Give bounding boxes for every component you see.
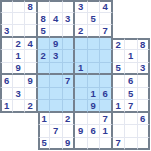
cell-r10c6-given-2[interactable]: 2 (63, 113, 76, 126)
cell-r8c4-empty[interactable] (38, 88, 51, 101)
cell-r3c7-given-2[interactable]: 2 (75, 25, 88, 38)
cell-r8c12-empty[interactable] (138, 88, 151, 101)
cell-r4c11-empty[interactable] (125, 38, 138, 51)
cell-r4c6-empty[interactable] (63, 38, 76, 51)
cell-r9c12-empty[interactable] (138, 100, 151, 113)
cell-r10c11-empty[interactable] (125, 113, 138, 126)
outside-area (13, 138, 26, 151)
cell-r5c8-empty[interactable] (88, 50, 101, 63)
twodoku-board: 8348435352724928123191536976316512917127… (0, 0, 150, 150)
cell-r4c3-given-4[interactable]: 4 (25, 38, 38, 51)
cell-r10c9-given-7[interactable]: 7 (100, 113, 113, 126)
cell-r6c4-empty[interactable] (38, 63, 51, 76)
cell-r2c4-given-8[interactable]: 8 (38, 13, 51, 26)
cell-r4c7-empty[interactable] (75, 38, 88, 51)
cell-r7c11-given-6[interactable]: 6 (125, 75, 138, 88)
cell-r2c7-empty[interactable] (75, 13, 88, 26)
cell-r11c10-empty[interactable] (113, 125, 126, 138)
cell-r6c9-empty[interactable] (100, 63, 113, 76)
cell-r6c12-given-3[interactable]: 3 (138, 63, 151, 76)
cell-r7c5-empty[interactable] (50, 75, 63, 88)
cell-r3c9-given-7[interactable]: 7 (100, 25, 113, 38)
cell-r6c2-given-9[interactable]: 9 (13, 63, 26, 76)
cell-r2c9-empty[interactable] (100, 13, 113, 26)
cell-r3c1-given-3[interactable]: 3 (0, 25, 13, 38)
outside-area (138, 13, 151, 26)
outside-area (0, 113, 13, 126)
cell-r8c9-given-6[interactable]: 6 (100, 88, 113, 101)
cell-r6c6-empty[interactable] (63, 63, 76, 76)
cell-r10c4-given-1[interactable]: 1 (38, 113, 51, 126)
cell-r1c4-empty[interactable] (38, 0, 51, 13)
cell-r2c3-empty[interactable] (25, 13, 38, 26)
cell-r12c5-empty[interactable] (50, 138, 63, 151)
cell-r4c5-given-9[interactable]: 9 (50, 38, 63, 51)
cell-r4c1-empty[interactable] (0, 38, 13, 51)
cell-r1c3-given-8[interactable]: 8 (25, 0, 38, 13)
outside-area (13, 113, 26, 126)
cell-r11c8-given-6[interactable]: 6 (88, 125, 101, 138)
cell-r7c9-empty[interactable] (100, 75, 113, 88)
cell-r7c7-empty[interactable] (75, 75, 88, 88)
cell-r7c1-given-6[interactable]: 6 (0, 75, 13, 88)
cell-r9c3-given-2[interactable]: 2 (25, 100, 38, 113)
cell-r5c7-empty[interactable] (75, 50, 88, 63)
cell-r11c5-given-7[interactable]: 7 (50, 125, 63, 138)
cell-r12c10-given-7[interactable]: 7 (113, 138, 126, 151)
cell-r8c5-empty[interactable] (50, 88, 63, 101)
cell-r5c4-given-2[interactable]: 2 (38, 50, 51, 63)
outside-area (0, 125, 13, 138)
cell-r7c4-empty[interactable] (38, 75, 51, 88)
cell-r7c8-empty[interactable] (88, 75, 101, 88)
cell-r5c2-given-1[interactable]: 1 (13, 50, 26, 63)
cell-r8c2-given-3[interactable]: 3 (13, 88, 26, 101)
cell-r5c5-given-3[interactable]: 3 (50, 50, 63, 63)
cell-r4c10-given-2[interactable]: 2 (113, 38, 126, 51)
cell-r9c8-given-9[interactable]: 9 (88, 100, 101, 113)
cell-r11c11-empty[interactable] (125, 125, 138, 138)
cell-r1c8-empty[interactable] (88, 0, 101, 13)
cell-r12c6-given-9[interactable]: 9 (63, 138, 76, 151)
cell-r3c8-empty[interactable] (88, 25, 101, 38)
cell-r5c3-empty[interactable] (25, 50, 38, 63)
outside-area (0, 138, 13, 151)
cell-r5c1-empty[interactable] (0, 50, 13, 63)
cell-r6c7-given-1[interactable]: 1 (75, 63, 88, 76)
cell-r11c12-empty[interactable] (138, 125, 151, 138)
cell-r9c7-empty[interactable] (75, 100, 88, 113)
cell-r11c7-given-9[interactable]: 9 (75, 125, 88, 138)
cell-r2c1-empty[interactable] (0, 13, 13, 26)
cell-r9c9-empty[interactable] (100, 100, 113, 113)
cell-r4c4-empty[interactable] (38, 38, 51, 51)
cell-r10c7-empty[interactable] (75, 113, 88, 126)
outside-area (25, 125, 38, 138)
cell-r5c6-empty[interactable] (63, 50, 76, 63)
cell-r1c9-given-4[interactable]: 4 (100, 0, 113, 13)
cell-r2c8-given-5[interactable]: 5 (88, 13, 101, 26)
cell-r3c5-empty[interactable] (50, 25, 63, 38)
cell-r4c9-empty[interactable] (100, 38, 113, 51)
cell-r11c6-empty[interactable] (63, 125, 76, 138)
cell-r8c8-given-1[interactable]: 1 (88, 88, 101, 101)
cell-r6c10-given-5[interactable]: 5 (113, 63, 126, 76)
cell-r8c6-empty[interactable] (63, 88, 76, 101)
cell-r9c6-empty[interactable] (63, 100, 76, 113)
cell-r9c5-empty[interactable] (50, 100, 63, 113)
cell-r6c8-empty[interactable] (88, 63, 101, 76)
cell-r10c5-empty[interactable] (50, 113, 63, 126)
cell-r4c2-given-2[interactable]: 2 (13, 38, 26, 51)
cell-r10c12-given-6[interactable]: 6 (138, 113, 151, 126)
cell-r12c12-empty[interactable] (138, 138, 151, 151)
cell-r6c3-empty[interactable] (25, 63, 38, 76)
cell-r7c10-empty[interactable] (113, 75, 126, 88)
cell-r3c2-empty[interactable] (13, 25, 26, 38)
cell-r12c7-empty[interactable] (75, 138, 88, 151)
cell-r12c9-empty[interactable] (100, 138, 113, 151)
cell-r3c3-empty[interactable] (25, 25, 38, 38)
cell-r2c6-given-3[interactable]: 3 (63, 13, 76, 26)
cell-r5c11-given-1[interactable]: 1 (125, 50, 138, 63)
outside-area (138, 25, 151, 38)
cell-r9c2-empty[interactable] (13, 100, 26, 113)
cell-r7c2-empty[interactable] (13, 75, 26, 88)
outside-area (125, 0, 138, 13)
cell-r4c8-empty[interactable] (88, 38, 101, 51)
cell-r9c10-given-1[interactable]: 1 (113, 100, 126, 113)
cell-r8c3-empty[interactable] (25, 88, 38, 101)
cell-r5c10-empty[interactable] (113, 50, 126, 63)
cell-r5c12-empty[interactable] (138, 50, 151, 63)
cell-r9c4-empty[interactable] (38, 100, 51, 113)
cell-r6c11-empty[interactable] (125, 63, 138, 76)
cell-r10c8-empty[interactable] (88, 113, 101, 126)
cell-r12c8-empty[interactable] (88, 138, 101, 151)
cell-r8c10-empty[interactable] (113, 88, 126, 101)
cell-r1c5-empty[interactable] (50, 0, 63, 13)
cell-r11c4-empty[interactable] (38, 125, 51, 138)
cell-r1c2-empty[interactable] (13, 0, 26, 13)
cell-r1c7-given-3[interactable]: 3 (75, 0, 88, 13)
outside-area (138, 0, 151, 13)
outside-area (125, 25, 138, 38)
outside-area (113, 0, 126, 13)
outside-area (25, 138, 38, 151)
cell-r2c2-empty[interactable] (13, 13, 26, 26)
cell-r9c1-given-1[interactable]: 1 (0, 100, 13, 113)
outside-area (113, 13, 126, 26)
cell-r3c4-given-5[interactable]: 5 (38, 25, 51, 38)
cell-r12c11-empty[interactable] (125, 138, 138, 151)
cell-r12c4-given-5[interactable]: 5 (38, 138, 51, 151)
cell-r8c1-empty[interactable] (0, 88, 13, 101)
cell-r1c1-empty[interactable] (0, 0, 13, 13)
outside-area (25, 113, 38, 126)
cell-r7c6-given-7[interactable]: 7 (63, 75, 76, 88)
page: 8348435352724928123191536976316512917127… (0, 0, 150, 150)
cell-r1c6-empty[interactable] (63, 0, 76, 13)
cell-r3c6-empty[interactable] (63, 25, 76, 38)
cell-r8c11-given-5[interactable]: 5 (125, 88, 138, 101)
cell-r4c12-given-8[interactable]: 8 (138, 38, 151, 51)
cell-r2c5-given-4[interactable]: 4 (50, 13, 63, 26)
cell-r7c3-given-9[interactable]: 9 (25, 75, 38, 88)
outside-area (113, 25, 126, 38)
outside-area (125, 13, 138, 26)
cell-r11c9-given-1[interactable]: 1 (100, 125, 113, 138)
cell-r6c1-empty[interactable] (0, 63, 13, 76)
cell-r7c12-empty[interactable] (138, 75, 151, 88)
cell-r9c11-given-7[interactable]: 7 (125, 100, 138, 113)
cell-r8c7-empty[interactable] (75, 88, 88, 101)
cell-r5c9-empty[interactable] (100, 50, 113, 63)
cell-r6c5-empty[interactable] (50, 63, 63, 76)
outside-area (13, 125, 26, 138)
cell-r10c10-empty[interactable] (113, 113, 126, 126)
